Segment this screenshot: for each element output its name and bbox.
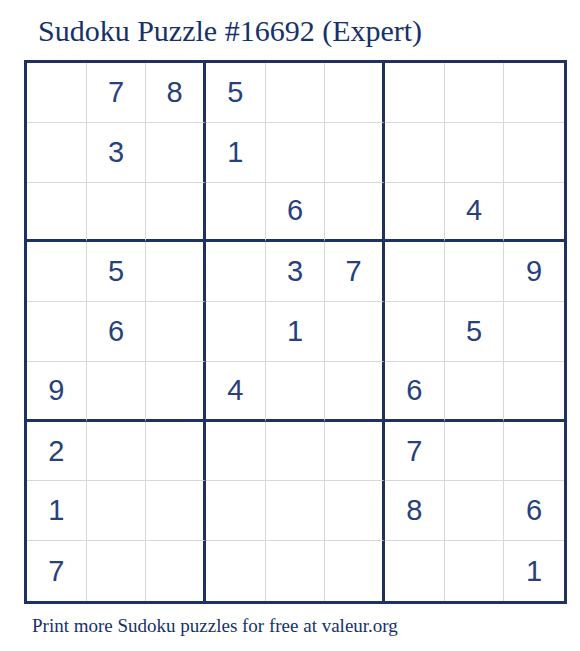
cell-r1c8 <box>445 63 505 123</box>
cell-r6c1: 9 <box>27 362 87 422</box>
cell-r2c6 <box>325 123 385 183</box>
cell-r7c9 <box>504 422 564 482</box>
cell-r7c7: 7 <box>385 422 445 482</box>
cell-r3c7 <box>385 183 445 243</box>
cell-r1c7 <box>385 63 445 123</box>
cell-r8c8 <box>445 481 505 541</box>
cell-r4c8 <box>445 242 505 302</box>
cell-r7c2 <box>87 422 147 482</box>
cell-r9c2 <box>87 541 147 601</box>
cell-r9c7 <box>385 541 445 601</box>
cell-r7c3 <box>146 422 206 482</box>
cell-r1c4: 5 <box>206 63 266 123</box>
cell-r2c7 <box>385 123 445 183</box>
cell-r5c7 <box>385 302 445 362</box>
cell-r9c5 <box>266 541 326 601</box>
cell-r7c4 <box>206 422 266 482</box>
cell-r2c3 <box>146 123 206 183</box>
cell-r3c3 <box>146 183 206 243</box>
cell-r8c7: 8 <box>385 481 445 541</box>
cell-r2c8 <box>445 123 505 183</box>
cell-r4c5: 3 <box>266 242 326 302</box>
cell-r1c5 <box>266 63 326 123</box>
cell-r5c8: 5 <box>445 302 505 362</box>
cell-r7c1: 2 <box>27 422 87 482</box>
cell-r9c8 <box>445 541 505 601</box>
footer-text: Print more Sudoku puzzles for free at va… <box>32 614 398 639</box>
cell-r4c1 <box>27 242 87 302</box>
cell-r3c2 <box>87 183 147 243</box>
cell-r7c8 <box>445 422 505 482</box>
cell-r2c4: 1 <box>206 123 266 183</box>
cell-r3c5: 6 <box>266 183 326 243</box>
cell-r5c5: 1 <box>266 302 326 362</box>
cell-r5c1 <box>27 302 87 362</box>
cell-r6c7: 6 <box>385 362 445 422</box>
cell-r5c3 <box>146 302 206 362</box>
cell-r9c9: 1 <box>504 541 564 601</box>
cell-r4c3 <box>146 242 206 302</box>
cell-r3c4 <box>206 183 266 243</box>
cell-r4c4 <box>206 242 266 302</box>
cell-r4c6: 7 <box>325 242 385 302</box>
cell-r6c2 <box>87 362 147 422</box>
cell-r8c9: 6 <box>504 481 564 541</box>
page-title: Sudoku Puzzle #16692 (Expert) <box>38 13 422 49</box>
cell-r5c9 <box>504 302 564 362</box>
cell-r5c6 <box>325 302 385 362</box>
sudoku-board: 785316453796159462718671 <box>24 60 567 604</box>
cell-r2c9 <box>504 123 564 183</box>
cell-r3c8: 4 <box>445 183 505 243</box>
cell-r2c5 <box>266 123 326 183</box>
cell-r3c6 <box>325 183 385 243</box>
sudoku-page: Sudoku Puzzle #16692 (Expert) 7853164537… <box>0 0 580 651</box>
cell-r1c2: 7 <box>87 63 147 123</box>
cell-r6c9 <box>504 362 564 422</box>
cell-r4c7 <box>385 242 445 302</box>
cell-r2c2: 3 <box>87 123 147 183</box>
cell-r7c6 <box>325 422 385 482</box>
cell-r3c1 <box>27 183 87 243</box>
cell-r7c5 <box>266 422 326 482</box>
cell-r9c6 <box>325 541 385 601</box>
cell-r1c9 <box>504 63 564 123</box>
cell-r1c3: 8 <box>146 63 206 123</box>
cell-r9c4 <box>206 541 266 601</box>
cell-r6c6 <box>325 362 385 422</box>
cell-r1c6 <box>325 63 385 123</box>
cell-r8c2 <box>87 481 147 541</box>
cell-r6c8 <box>445 362 505 422</box>
cell-r5c2: 6 <box>87 302 147 362</box>
cell-r8c1: 1 <box>27 481 87 541</box>
cell-r8c4 <box>206 481 266 541</box>
cell-r2c1 <box>27 123 87 183</box>
cell-r6c3 <box>146 362 206 422</box>
cell-r1c1 <box>27 63 87 123</box>
cell-r3c9 <box>504 183 564 243</box>
cell-r9c1: 7 <box>27 541 87 601</box>
cell-r8c5 <box>266 481 326 541</box>
cell-r6c5 <box>266 362 326 422</box>
cell-r8c3 <box>146 481 206 541</box>
cell-r4c9: 9 <box>504 242 564 302</box>
cell-r8c6 <box>325 481 385 541</box>
cell-r4c2: 5 <box>87 242 147 302</box>
cell-r9c3 <box>146 541 206 601</box>
cell-r5c4 <box>206 302 266 362</box>
cell-r6c4: 4 <box>206 362 266 422</box>
